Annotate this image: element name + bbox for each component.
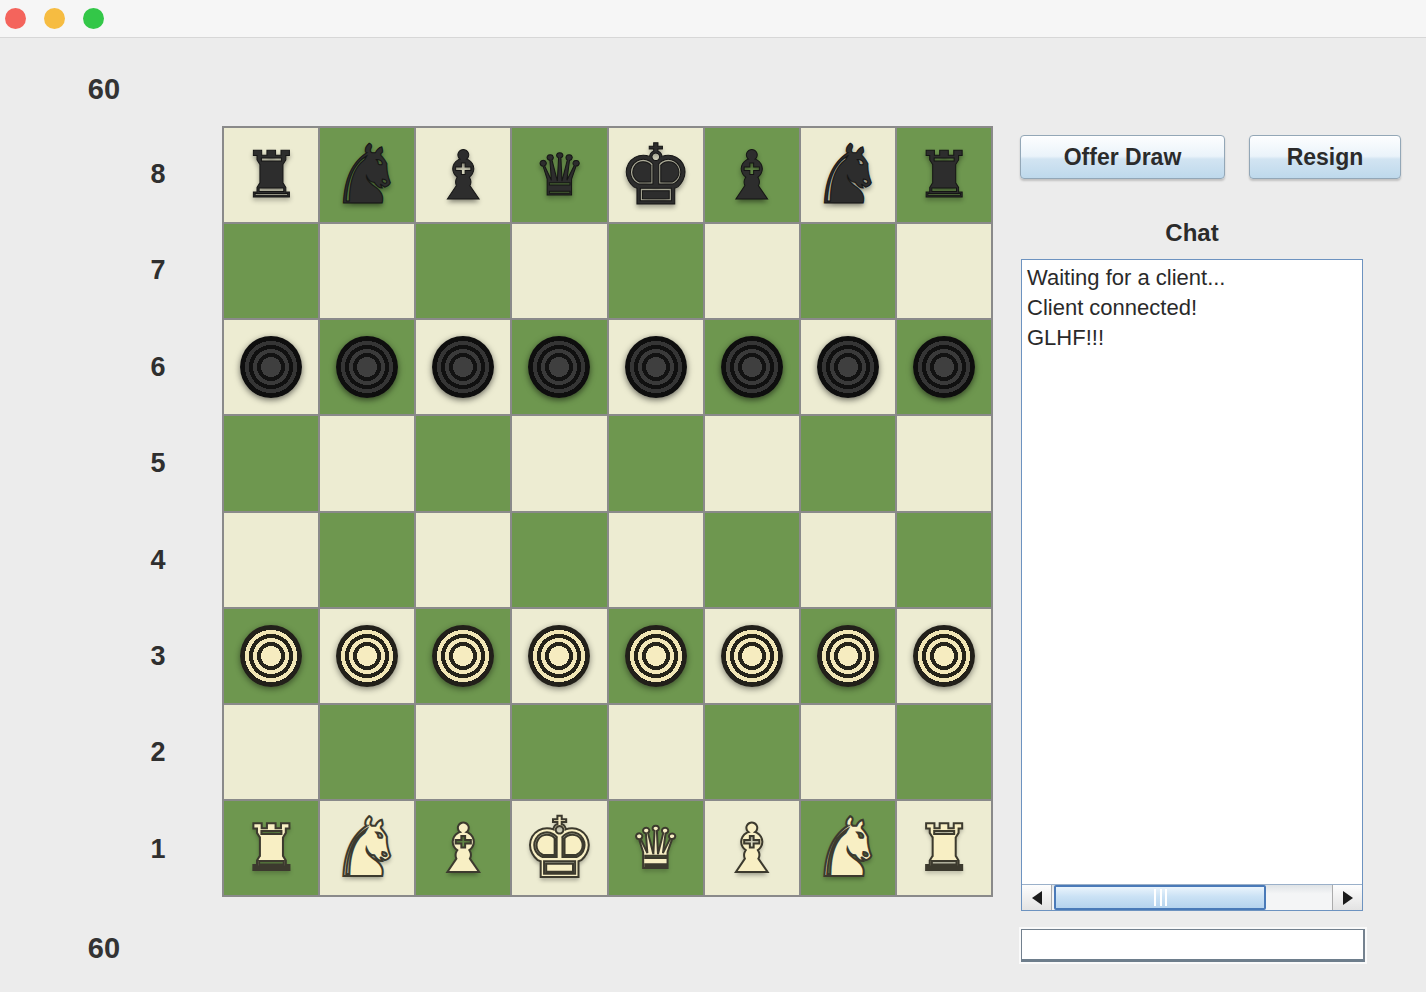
square-c8[interactable]: ♝	[416, 128, 510, 222]
black-king-e8: ♚	[618, 133, 693, 217]
square-b7[interactable]	[320, 224, 414, 318]
white-clock: 60	[72, 932, 136, 965]
rank-label-4: 4	[130, 545, 186, 576]
square-h5[interactable]	[897, 416, 991, 510]
black-knight-g8: ♞	[811, 134, 885, 216]
resign-button[interactable]: Resign	[1249, 135, 1401, 179]
square-a6[interactable]	[224, 320, 318, 414]
white-pawn-c3	[432, 625, 494, 687]
square-h8[interactable]: ♜	[897, 128, 991, 222]
square-c5[interactable]	[416, 416, 510, 510]
rank-label-6: 6	[130, 352, 186, 383]
square-g8[interactable]: ♞	[801, 128, 895, 222]
chat-title: Chat	[1021, 219, 1363, 247]
chat-panel: Waiting for a client...Client connected!…	[1021, 259, 1363, 911]
black-pawn-a6	[240, 336, 302, 398]
rank-label-1: 1	[130, 834, 186, 865]
white-rook-h1: ♜	[915, 816, 972, 880]
square-a2[interactable]	[224, 705, 318, 799]
arrow-left-icon	[1032, 891, 1042, 905]
square-a7[interactable]	[224, 224, 318, 318]
square-a5[interactable]	[224, 416, 318, 510]
black-rook-h8: ♜	[915, 143, 972, 207]
square-g1[interactable]: ♞	[801, 801, 895, 895]
square-h2[interactable]	[897, 705, 991, 799]
square-a1[interactable]: ♜	[224, 801, 318, 895]
rank-label-8: 8	[130, 159, 186, 190]
square-g5[interactable]	[801, 416, 895, 510]
scrollbar-track[interactable]	[1052, 885, 1332, 910]
square-g7[interactable]	[801, 224, 895, 318]
white-pawn-d3	[528, 625, 590, 687]
white-pawn-e3	[625, 625, 687, 687]
square-b6[interactable]	[320, 320, 414, 414]
white-pawn-h3	[913, 625, 975, 687]
square-f7[interactable]	[705, 224, 799, 318]
square-g6[interactable]	[801, 320, 895, 414]
square-b5[interactable]	[320, 416, 414, 510]
square-d3[interactable]	[512, 609, 606, 703]
white-queen-e1: ♛	[630, 819, 682, 877]
square-f1[interactable]: ♝	[705, 801, 799, 895]
square-c6[interactable]	[416, 320, 510, 414]
zoom-window-button[interactable]	[83, 8, 104, 29]
white-pawn-a3	[240, 625, 302, 687]
square-c4[interactable]	[416, 513, 510, 607]
black-knight-b8: ♞	[330, 134, 404, 216]
black-pawn-g6	[817, 336, 879, 398]
arrow-right-icon	[1343, 891, 1353, 905]
square-a8[interactable]: ♜	[224, 128, 318, 222]
window-titlebar	[0, 0, 1426, 38]
rank-label-3: 3	[130, 641, 186, 672]
square-d4[interactable]	[512, 513, 606, 607]
square-c2[interactable]	[416, 705, 510, 799]
square-e8[interactable]: ♚	[609, 128, 703, 222]
white-bishop-f1: ♝	[721, 814, 782, 882]
black-pawn-e6	[625, 336, 687, 398]
square-f5[interactable]	[705, 416, 799, 510]
black-pawn-d6	[528, 336, 590, 398]
square-h3[interactable]	[897, 609, 991, 703]
square-b2[interactable]	[320, 705, 414, 799]
chat-message-1: Client connected!	[1027, 293, 1357, 323]
chat-horizontal-scrollbar[interactable]	[1022, 884, 1362, 910]
square-g3[interactable]	[801, 609, 895, 703]
scrollbar-grip-icon	[1154, 889, 1167, 906]
white-pawn-f3	[721, 625, 783, 687]
square-e6[interactable]	[609, 320, 703, 414]
black-pawn-b6	[336, 336, 398, 398]
square-h6[interactable]	[897, 320, 991, 414]
rank-label-2: 2	[130, 737, 186, 768]
square-e7[interactable]	[609, 224, 703, 318]
square-c7[interactable]	[416, 224, 510, 318]
black-pawn-f6	[721, 336, 783, 398]
white-pawn-g3	[817, 625, 879, 687]
square-f3[interactable]	[705, 609, 799, 703]
square-e5[interactable]	[609, 416, 703, 510]
makruk-board: ♜♞♝♛♚♝♞♜♜♞♝♚♛♝♞♜	[222, 126, 993, 897]
square-b4[interactable]	[320, 513, 414, 607]
square-e1[interactable]: ♛	[609, 801, 703, 895]
close-window-button[interactable]	[5, 8, 26, 29]
square-b1[interactable]: ♞	[320, 801, 414, 895]
white-king-d1: ♚	[522, 806, 597, 890]
black-pawn-h6	[913, 336, 975, 398]
black-queen-d8: ♛	[533, 146, 585, 204]
square-h7[interactable]	[897, 224, 991, 318]
chat-message-list: Waiting for a client...Client connected!…	[1022, 260, 1362, 884]
square-d1[interactable]: ♚	[512, 801, 606, 895]
black-clock: 60	[72, 73, 136, 106]
scroll-right-button[interactable]	[1332, 885, 1362, 910]
square-b3[interactable]	[320, 609, 414, 703]
rank-label-7: 7	[130, 255, 186, 286]
square-d7[interactable]	[512, 224, 606, 318]
black-pawn-c6	[432, 336, 494, 398]
white-bishop-c1: ♝	[433, 814, 494, 882]
square-c1[interactable]: ♝	[416, 801, 510, 895]
square-b8[interactable]: ♞	[320, 128, 414, 222]
minimize-window-button[interactable]	[44, 8, 65, 29]
square-g2[interactable]	[801, 705, 895, 799]
white-knight-g1: ♞	[811, 807, 885, 889]
square-f8[interactable]: ♝	[705, 128, 799, 222]
white-pawn-b3	[336, 625, 398, 687]
square-e3[interactable]	[609, 609, 703, 703]
square-e2[interactable]	[609, 705, 703, 799]
scroll-left-button[interactable]	[1022, 885, 1052, 910]
scrollbar-thumb[interactable]	[1054, 885, 1266, 910]
square-h1[interactable]: ♜	[897, 801, 991, 895]
square-f2[interactable]	[705, 705, 799, 799]
square-d5[interactable]	[512, 416, 606, 510]
square-e4[interactable]	[609, 513, 703, 607]
square-a4[interactable]	[224, 513, 318, 607]
rank-label-5: 5	[130, 448, 186, 479]
square-g4[interactable]	[801, 513, 895, 607]
chat-message-2: GLHF!!!	[1027, 323, 1357, 353]
square-c3[interactable]	[416, 609, 510, 703]
black-bishop-c8: ♝	[433, 141, 494, 209]
square-f4[interactable]	[705, 513, 799, 607]
square-h4[interactable]	[897, 513, 991, 607]
square-f6[interactable]	[705, 320, 799, 414]
white-rook-a1: ♜	[242, 816, 299, 880]
white-knight-b1: ♞	[330, 807, 404, 889]
chat-message-0: Waiting for a client...	[1027, 263, 1357, 293]
black-rook-a8: ♜	[242, 143, 299, 207]
offer-draw-button[interactable]: Offer Draw	[1020, 135, 1225, 179]
square-a3[interactable]	[224, 609, 318, 703]
chat-input[interactable]	[1021, 929, 1365, 962]
square-d6[interactable]	[512, 320, 606, 414]
square-d8[interactable]: ♛	[512, 128, 606, 222]
black-bishop-f8: ♝	[721, 141, 782, 209]
square-d2[interactable]	[512, 705, 606, 799]
